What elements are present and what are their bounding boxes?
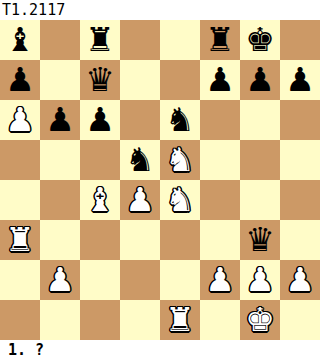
square-b3[interactable]	[40, 220, 80, 260]
square-h2[interactable]: ♟	[280, 260, 320, 300]
square-e1[interactable]: ♜	[160, 300, 200, 340]
piece-black-pawn[interactable]: ♟	[80, 100, 120, 140]
square-a8[interactable]: ♝	[0, 20, 40, 60]
piece-black-king[interactable]: ♚	[240, 20, 280, 60]
piece-black-knight[interactable]: ♞	[160, 100, 200, 140]
square-e4[interactable]: ♞	[160, 180, 200, 220]
piece-black-pawn[interactable]: ♟	[0, 60, 40, 100]
square-b1[interactable]	[40, 300, 80, 340]
square-e8[interactable]	[160, 20, 200, 60]
square-b8[interactable]	[40, 20, 80, 60]
square-f8[interactable]: ♜	[200, 20, 240, 60]
square-c2[interactable]	[80, 260, 120, 300]
square-g6[interactable]	[240, 100, 280, 140]
piece-white-knight[interactable]: ♞	[160, 140, 200, 180]
square-b7[interactable]	[40, 60, 80, 100]
piece-black-pawn[interactable]: ♟	[280, 60, 320, 100]
square-c7[interactable]: ♛	[80, 60, 120, 100]
square-e5[interactable]: ♞	[160, 140, 200, 180]
piece-white-pawn[interactable]: ♟	[0, 100, 40, 140]
piece-black-rook[interactable]: ♜	[80, 20, 120, 60]
square-a4[interactable]	[0, 180, 40, 220]
piece-black-bishop[interactable]: ♝	[0, 20, 40, 60]
square-b2[interactable]: ♟	[40, 260, 80, 300]
square-d3[interactable]	[120, 220, 160, 260]
square-a5[interactable]	[0, 140, 40, 180]
square-g4[interactable]	[240, 180, 280, 220]
square-h5[interactable]	[280, 140, 320, 180]
square-a6[interactable]: ♟	[0, 100, 40, 140]
piece-white-pawn[interactable]: ♟	[240, 260, 280, 300]
square-h8[interactable]	[280, 20, 320, 60]
chess-board: ♝♜♜♚♟♛♟♟♟♟♟♟♞♞♞♝♟♞♜♛♟♟♟♟♜♚	[0, 20, 320, 340]
piece-black-queen[interactable]: ♛	[240, 220, 280, 260]
move-prompt: 1. ?	[8, 340, 44, 360]
piece-white-pawn[interactable]: ♟	[40, 260, 80, 300]
square-d5[interactable]: ♞	[120, 140, 160, 180]
square-d1[interactable]	[120, 300, 160, 340]
square-f2[interactable]: ♟	[200, 260, 240, 300]
square-h3[interactable]	[280, 220, 320, 260]
square-a1[interactable]	[0, 300, 40, 340]
square-f1[interactable]	[200, 300, 240, 340]
square-c3[interactable]	[80, 220, 120, 260]
square-g1[interactable]: ♚	[240, 300, 280, 340]
square-h1[interactable]	[280, 300, 320, 340]
piece-white-pawn[interactable]: ♟	[200, 260, 240, 300]
puzzle-id: T1.2117	[2, 0, 65, 20]
piece-white-rook[interactable]: ♜	[160, 300, 200, 340]
square-b6[interactable]: ♟	[40, 100, 80, 140]
square-c5[interactable]	[80, 140, 120, 180]
square-f7[interactable]: ♟	[200, 60, 240, 100]
square-e3[interactable]	[160, 220, 200, 260]
square-c6[interactable]: ♟	[80, 100, 120, 140]
square-g7[interactable]: ♟	[240, 60, 280, 100]
square-d8[interactable]	[120, 20, 160, 60]
square-d7[interactable]	[120, 60, 160, 100]
piece-black-queen[interactable]: ♛	[80, 60, 120, 100]
square-c8[interactable]: ♜	[80, 20, 120, 60]
status-bar: 1. ?	[0, 340, 320, 360]
square-c4[interactable]: ♝	[80, 180, 120, 220]
square-g3[interactable]: ♛	[240, 220, 280, 260]
title-bar: T1.2117	[0, 0, 320, 20]
square-g2[interactable]: ♟	[240, 260, 280, 300]
square-f6[interactable]	[200, 100, 240, 140]
square-f4[interactable]	[200, 180, 240, 220]
piece-black-pawn[interactable]: ♟	[200, 60, 240, 100]
square-h6[interactable]	[280, 100, 320, 140]
piece-white-knight[interactable]: ♞	[160, 180, 200, 220]
square-h7[interactable]: ♟	[280, 60, 320, 100]
square-g5[interactable]	[240, 140, 280, 180]
piece-white-king[interactable]: ♚	[240, 300, 280, 340]
piece-white-bishop[interactable]: ♝	[80, 180, 120, 220]
square-a7[interactable]: ♟	[0, 60, 40, 100]
piece-white-pawn[interactable]: ♟	[280, 260, 320, 300]
square-e7[interactable]	[160, 60, 200, 100]
square-a2[interactable]	[0, 260, 40, 300]
square-c1[interactable]	[80, 300, 120, 340]
piece-black-pawn[interactable]: ♟	[40, 100, 80, 140]
piece-black-knight[interactable]: ♞	[120, 140, 160, 180]
piece-white-pawn[interactable]: ♟	[120, 180, 160, 220]
square-e6[interactable]: ♞	[160, 100, 200, 140]
piece-white-rook[interactable]: ♜	[0, 220, 40, 260]
square-e2[interactable]	[160, 260, 200, 300]
square-d6[interactable]	[120, 100, 160, 140]
square-b4[interactable]	[40, 180, 80, 220]
chess-puzzle-app: T1.2117 ♝♜♜♚♟♛♟♟♟♟♟♟♞♞♞♝♟♞♜♛♟♟♟♟♜♚ 1. ?	[0, 0, 320, 360]
piece-black-pawn[interactable]: ♟	[240, 60, 280, 100]
square-f5[interactable]	[200, 140, 240, 180]
square-h4[interactable]	[280, 180, 320, 220]
square-a3[interactable]: ♜	[0, 220, 40, 260]
square-g8[interactable]: ♚	[240, 20, 280, 60]
square-b5[interactable]	[40, 140, 80, 180]
square-d4[interactable]: ♟	[120, 180, 160, 220]
square-f3[interactable]	[200, 220, 240, 260]
piece-black-rook[interactable]: ♜	[200, 20, 240, 60]
square-d2[interactable]	[120, 260, 160, 300]
